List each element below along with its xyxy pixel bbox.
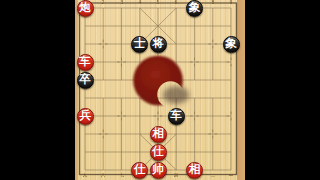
piece-black-chariot[interactable]: 车 [168,108,185,125]
piece-black-general[interactable]: 将 [150,36,167,53]
piece-red-chariot[interactable]: 车 [77,54,94,71]
letterbox-left [0,0,75,180]
piece-black-soldier[interactable]: 卒 [77,72,94,89]
piece-red-cannon[interactable]: 炮 [77,0,94,17]
piece-red-advisor[interactable]: 仕 [150,144,167,161]
piece-black-elephant[interactable]: 象 [223,36,240,53]
piece-red-elephant[interactable]: 相 [150,126,167,143]
xiangqi-board[interactable]: 123456789 九八七六五四三二一 炮象士将象车卒兵车相仕仕帅相 [75,0,245,180]
piece-black-elephant[interactable]: 象 [186,0,203,17]
piece-red-advisor[interactable]: 仕 [131,162,148,179]
video-frame: 123456789 九八七六五四三二一 炮象士将象车卒兵车相仕仕帅相 [0,0,320,180]
piece-red-soldier[interactable]: 兵 [77,108,94,125]
letterbox-right [245,0,320,180]
pieces-layer: 炮象士将象车卒兵车相仕仕帅相 [75,0,245,180]
piece-red-general[interactable]: 帅 [150,162,167,179]
piece-black-advisor[interactable]: 士 [131,36,148,53]
piece-red-elephant[interactable]: 相 [186,162,203,179]
